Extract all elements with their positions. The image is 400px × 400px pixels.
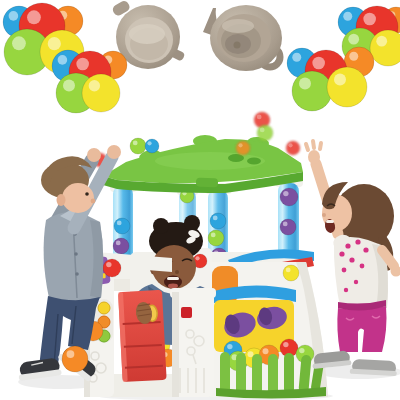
ball-highlight [67,350,75,358]
cup-interior-highlight [129,24,165,44]
ball-yellow [327,67,367,107]
ball-highlight [292,53,301,62]
ball-orange [62,346,88,372]
ball-highlight [76,58,89,71]
ball-highlight [283,191,288,196]
ball-highlight [133,141,138,146]
ball-highlight [299,77,311,89]
ball-blue [145,139,159,153]
ball-highlight [89,80,100,91]
ball-green [130,138,146,154]
ball-highlight [147,141,151,145]
pour-cup-pitcher [203,5,282,71]
ball-purple [280,188,298,206]
ball-highlight [260,128,265,133]
ball-highlight [238,143,242,147]
ball-yellow [82,74,120,112]
ball-blue [210,213,226,229]
boy-face [62,183,94,213]
step2-logo [181,307,192,318]
girl-shoe [350,359,398,376]
ball-highlight [283,342,288,347]
product-photo-canvas [0,0,400,400]
ball-highlight [9,11,19,21]
ball-highlight [286,268,291,273]
ball-highlight [63,79,75,91]
boy-hand [107,145,121,159]
ball-green [257,125,273,141]
hair-bun [153,218,169,234]
ball-yellow [283,265,299,281]
boy-nose [91,199,96,204]
ball-highlight [299,348,304,353]
ball-highlight [363,13,376,26]
ball-blue [114,218,130,234]
post-shade [172,292,179,397]
boy-ear [57,194,66,206]
ball-highlight [227,344,232,349]
nose [322,213,326,217]
ball-highlight [58,55,68,65]
ball-highlight [195,256,199,260]
nose [175,270,179,274]
ball-highlight [348,34,359,45]
roof-front-clip [196,178,218,188]
center-post [170,288,216,397]
roof-ball-hole [247,158,261,165]
activity-wall [210,262,328,399]
ball-highlight [343,12,352,21]
ball-purple [280,219,296,235]
ball-highlight [288,143,292,147]
ball-highlight [106,262,111,267]
hair-bun [184,215,200,231]
boy-hand [87,148,101,162]
ball-highlight [213,216,218,221]
yellow-button [98,302,110,314]
ball-highlight [349,52,358,61]
ball-highlight [116,241,121,246]
ball-highlight [312,57,325,70]
ball-highlight [211,233,216,238]
ball-highlight [117,221,122,226]
ball-green [292,71,332,111]
ball-red [286,141,300,155]
ball-orange [236,141,250,155]
ball-highlight [263,348,269,354]
ball-red [103,259,121,277]
ball-highlight [334,73,346,85]
ball-highlight [48,37,61,50]
cone-tip [234,42,241,49]
playhouse-scene [0,0,400,400]
tongue [168,284,178,289]
boy-eye [85,192,89,196]
ball-highlight [27,10,41,24]
ball-purple [113,238,129,254]
raised-hand [308,150,320,164]
teeth [326,220,334,223]
fingers [306,141,321,150]
teeth [167,277,179,280]
magenta-pants [337,306,386,352]
ball-clusters [3,3,400,113]
ball-highlight [257,115,262,120]
ball-highlight [376,36,387,47]
ball-highlight [12,36,26,50]
ball-on-floor [62,346,88,372]
ball-green [208,230,224,246]
ball-highlight [283,222,288,227]
ball-highlight [248,351,254,357]
ball-yellow [370,30,400,66]
cup-interior-highlight [222,19,254,33]
